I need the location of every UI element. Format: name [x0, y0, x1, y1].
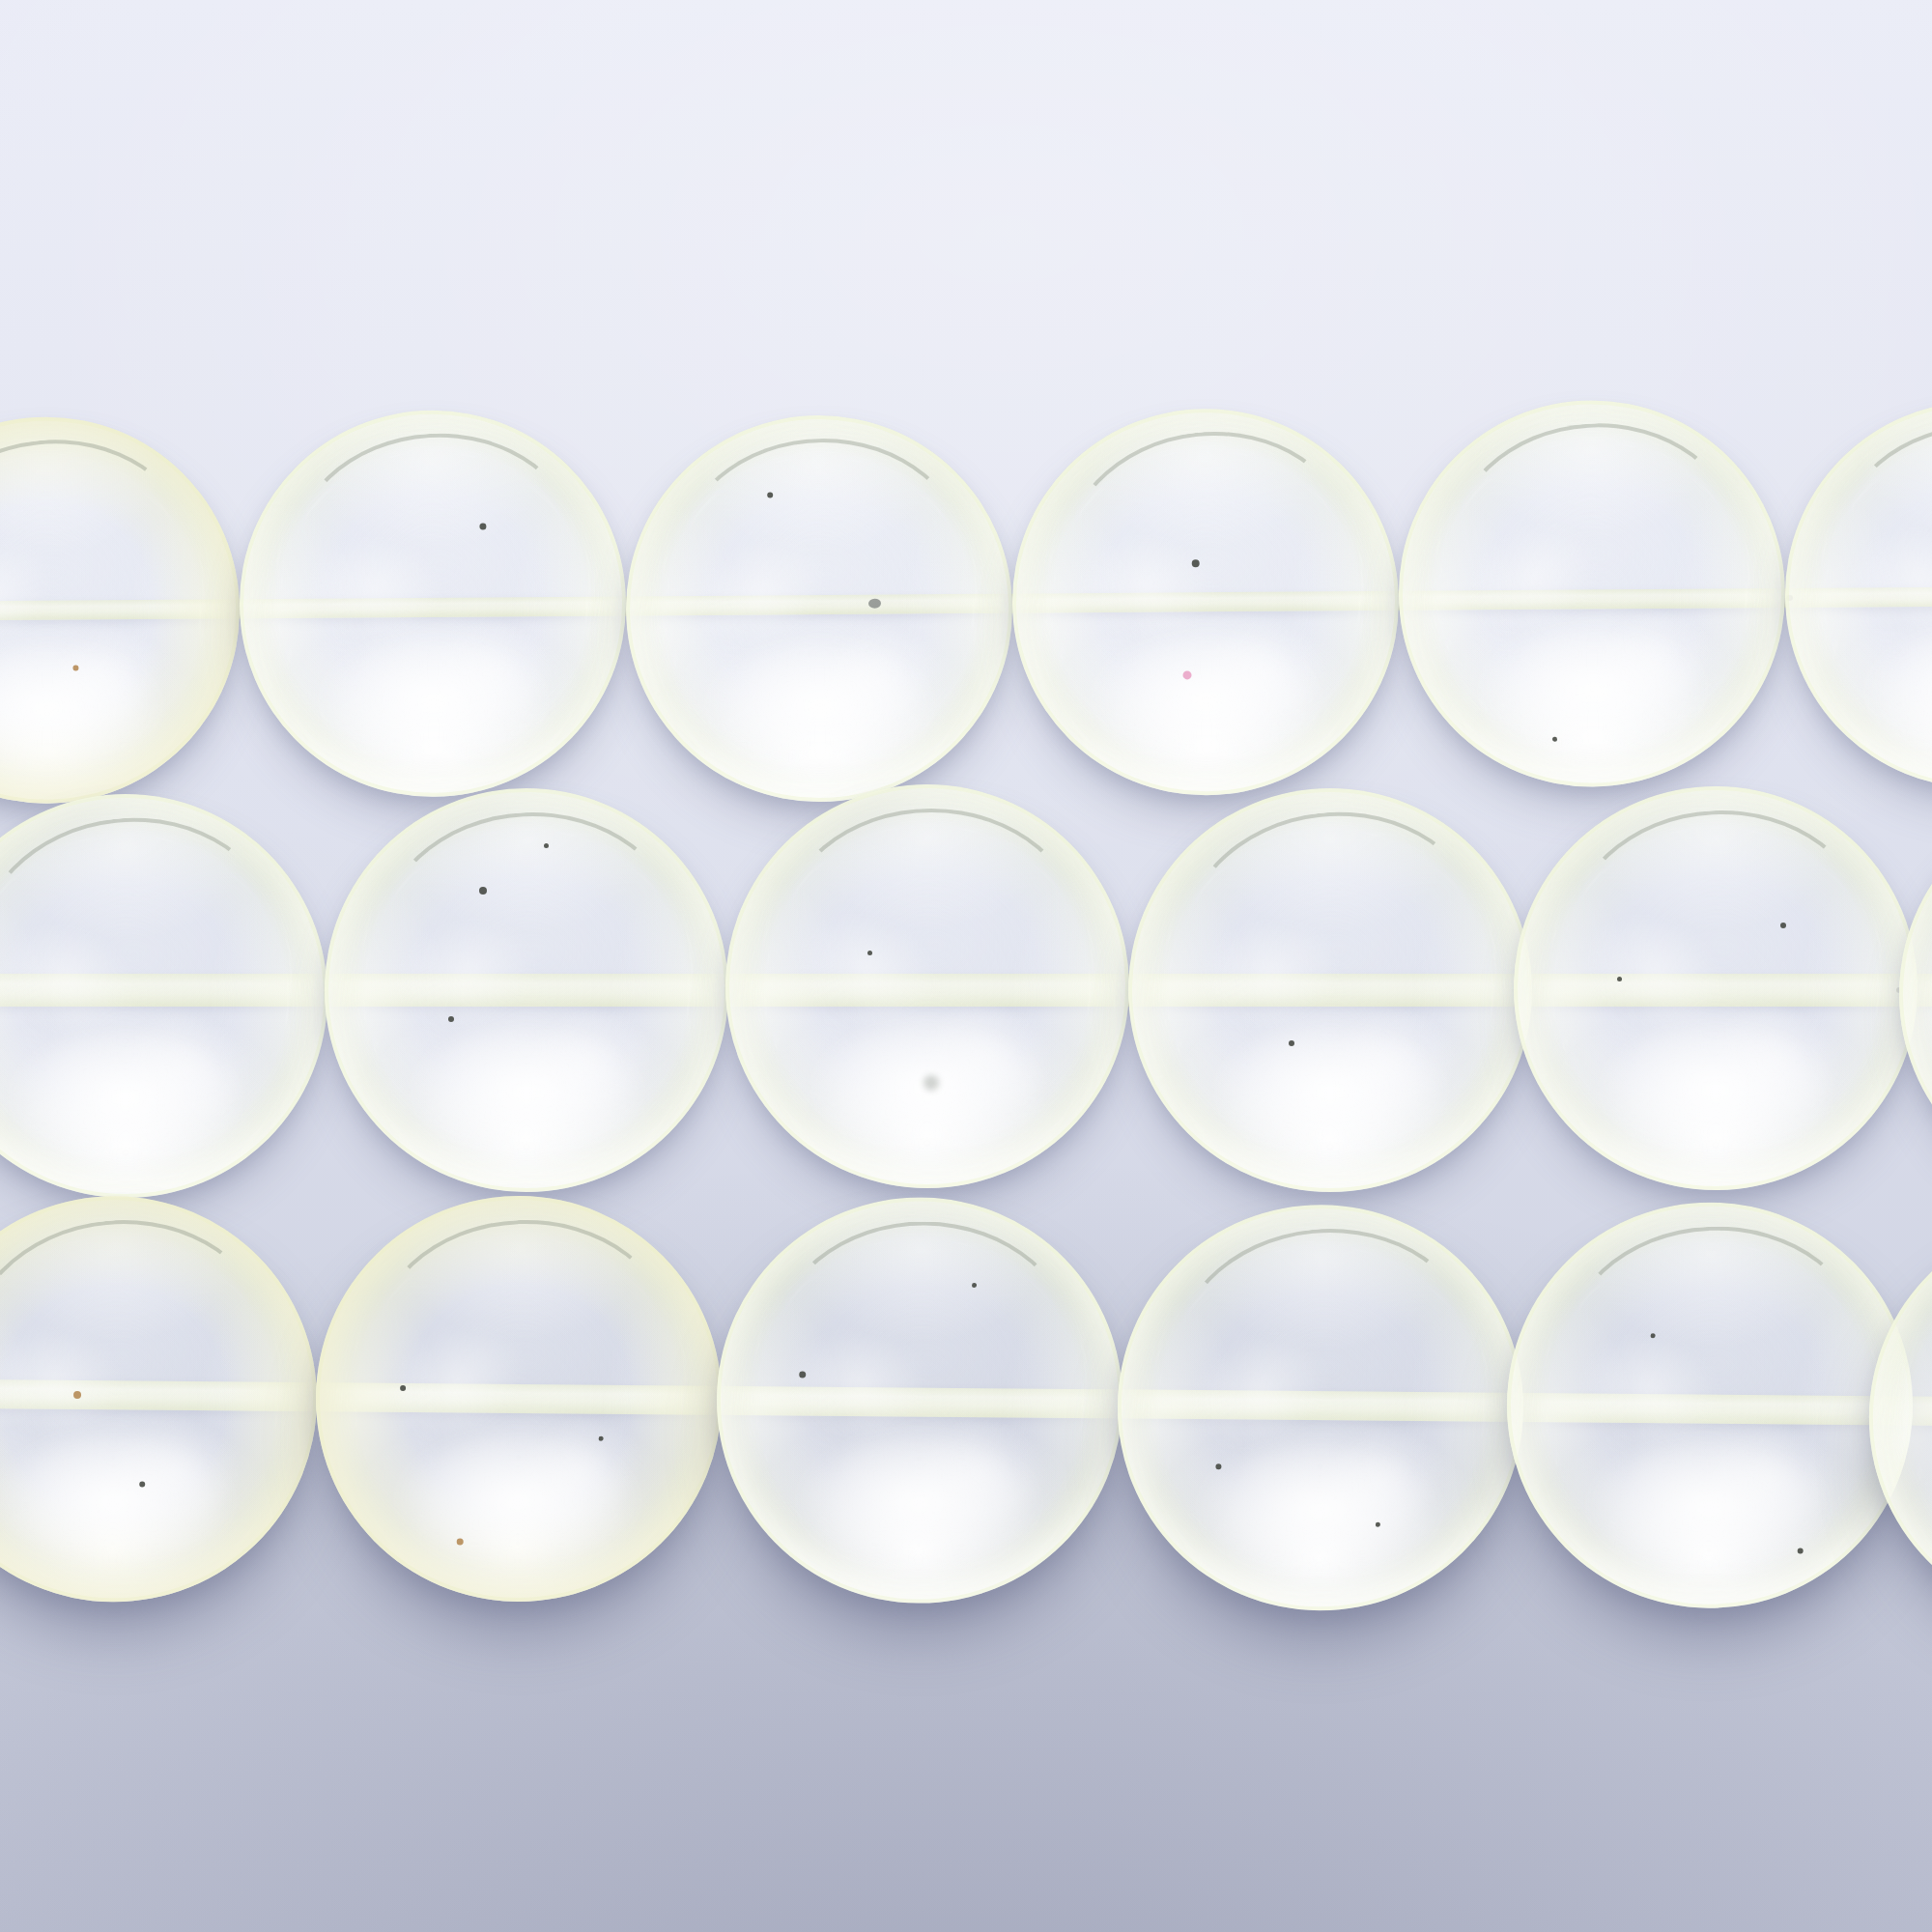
quartz-coin-bead: [1116, 1203, 1525, 1612]
quartz-coin-bead: [715, 1196, 1124, 1605]
strand-3: [0, 1394, 1932, 1410]
inclusion-speck: [1780, 923, 1786, 928]
quartz-coin-bead: [239, 409, 628, 798]
inclusion-speck: [1289, 1040, 1294, 1046]
inclusion-speck: [1192, 559, 1200, 567]
inclusion-speck: [448, 1016, 454, 1022]
quartz-coin-bead: [325, 788, 728, 1192]
inclusion-speck: [73, 1391, 81, 1399]
inclusion-speck: [72, 665, 78, 670]
quartz-coin-bead: [1011, 408, 1401, 797]
quartz-coin-bead: [1398, 399, 1787, 788]
inclusion-speck: [1182, 670, 1191, 679]
quartz-coin-bead: [1514, 786, 1918, 1190]
inclusion-speck: [1617, 977, 1622, 981]
inclusion-speck: [598, 1435, 603, 1440]
inclusion-speck: [1798, 1548, 1804, 1554]
inclusion-speck: [479, 887, 487, 895]
inclusion-speck: [1551, 736, 1556, 741]
quartz-coin-bead: [725, 784, 1129, 1188]
inclusion-speck: [867, 951, 872, 955]
inclusion-speck: [972, 1283, 977, 1288]
inclusion-speck: [400, 1385, 406, 1391]
quartz-coin-bead: [1128, 788, 1532, 1192]
inclusion-speck: [767, 492, 773, 497]
inclusion-speck: [479, 523, 486, 529]
inclusion-speck: [1215, 1463, 1221, 1469]
bottom-light-glow: [1169, 998, 1492, 1183]
inclusion-speck: [1375, 1521, 1379, 1526]
inclusion-speck: [139, 1482, 145, 1488]
inclusion-speck: [1650, 1333, 1655, 1338]
inclusion-speck: [456, 1538, 463, 1545]
bottom-light-glow: [1156, 1414, 1483, 1604]
bottom-light-glow: [755, 1407, 1082, 1597]
bead-strand-photo: [0, 0, 1932, 1932]
bottom-light-glow: [1546, 1412, 1872, 1602]
quartz-coin-bead: [1505, 1201, 1915, 1610]
inclusion-speck: [923, 1075, 939, 1091]
quartz-coin-bead: [625, 414, 1014, 804]
bottom-light-glow: [365, 998, 688, 1183]
bottom-light-glow: [1554, 996, 1877, 1181]
bottom-light-glow: [355, 1406, 681, 1595]
quartz-coin-bead: [314, 1194, 724, 1604]
strand-1: [0, 597, 1932, 611]
inclusion-speck: [799, 1371, 806, 1378]
inclusion-speck: [544, 843, 549, 848]
